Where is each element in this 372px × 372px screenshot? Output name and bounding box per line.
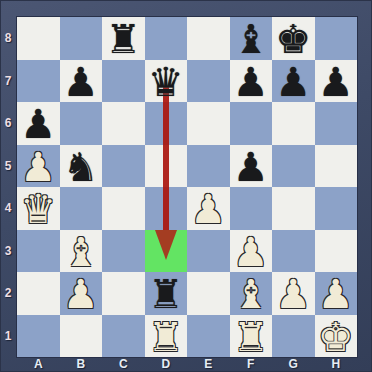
piece-black-pawn-a6[interactable]: ♟ xyxy=(17,102,60,145)
square-g7[interactable]: ♟ xyxy=(272,60,315,103)
square-g8[interactable]: ♚ xyxy=(272,17,315,60)
square-f1[interactable]: ♜ xyxy=(230,315,273,358)
square-c3[interactable] xyxy=(102,230,145,273)
square-b5[interactable]: ♞ xyxy=(60,145,103,188)
piece-white-queen-a4[interactable]: ♛ xyxy=(17,187,60,230)
square-e3[interactable] xyxy=(187,230,230,273)
square-c2[interactable] xyxy=(102,272,145,315)
square-g6[interactable] xyxy=(272,102,315,145)
square-f2[interactable]: ♝ xyxy=(230,272,273,315)
square-h1[interactable]: ♚ xyxy=(315,315,358,358)
square-h3[interactable] xyxy=(315,230,358,273)
file-label-E: E xyxy=(187,357,230,372)
rank-label-7: 7 xyxy=(0,60,16,103)
piece-black-pawn-b7[interactable]: ♟ xyxy=(60,60,103,103)
square-b7[interactable]: ♟ xyxy=(60,60,103,103)
square-e8[interactable] xyxy=(187,17,230,60)
file-label-C: C xyxy=(102,357,145,372)
square-e7[interactable] xyxy=(187,60,230,103)
square-e4[interactable]: ♟ xyxy=(187,187,230,230)
square-a4[interactable]: ♛ xyxy=(17,187,60,230)
square-h7[interactable]: ♟ xyxy=(315,60,358,103)
square-a5[interactable]: ♟ xyxy=(17,145,60,188)
square-a2[interactable] xyxy=(17,272,60,315)
square-a7[interactable] xyxy=(17,60,60,103)
piece-black-queen-d7[interactable]: ♛ xyxy=(145,60,188,103)
square-b8[interactable] xyxy=(60,17,103,60)
square-h2[interactable]: ♟ xyxy=(315,272,358,315)
square-f3[interactable]: ♟ xyxy=(230,230,273,273)
file-label-G: G xyxy=(272,357,315,372)
piece-black-rook-c8[interactable]: ♜ xyxy=(102,17,145,60)
square-g2[interactable]: ♟ xyxy=(272,272,315,315)
piece-black-pawn-h7[interactable]: ♟ xyxy=(315,60,358,103)
square-a6[interactable]: ♟ xyxy=(17,102,60,145)
rank-label-8: 8 xyxy=(0,17,16,60)
move-arrow-head-icon xyxy=(155,230,177,260)
square-b1[interactable] xyxy=(60,315,103,358)
square-d1[interactable]: ♜ xyxy=(145,315,188,358)
square-c6[interactable] xyxy=(102,102,145,145)
square-b3[interactable]: ♝ xyxy=(60,230,103,273)
rank-label-4: 4 xyxy=(0,187,16,230)
square-d8[interactable] xyxy=(145,17,188,60)
square-b4[interactable] xyxy=(60,187,103,230)
piece-black-pawn-g7[interactable]: ♟ xyxy=(272,60,315,103)
square-g3[interactable] xyxy=(272,230,315,273)
piece-black-pawn-f5[interactable]: ♟ xyxy=(230,145,273,188)
square-c7[interactable] xyxy=(102,60,145,103)
piece-white-pawn-g2[interactable]: ♟ xyxy=(272,272,315,315)
square-a3[interactable] xyxy=(17,230,60,273)
square-d2[interactable]: ♜ xyxy=(145,272,188,315)
square-g5[interactable] xyxy=(272,145,315,188)
square-c1[interactable] xyxy=(102,315,145,358)
square-h5[interactable] xyxy=(315,145,358,188)
rank-label-5: 5 xyxy=(0,145,16,188)
piece-black-bishop-f8[interactable]: ♝ xyxy=(230,17,273,60)
rank-label-3: 3 xyxy=(0,230,16,273)
square-f6[interactable] xyxy=(230,102,273,145)
rank-label-6: 6 xyxy=(0,102,16,145)
square-c5[interactable] xyxy=(102,145,145,188)
square-g1[interactable] xyxy=(272,315,315,358)
square-a1[interactable] xyxy=(17,315,60,358)
square-f8[interactable]: ♝ xyxy=(230,17,273,60)
piece-black-king-g8[interactable]: ♚ xyxy=(272,17,315,60)
piece-white-bishop-b3[interactable]: ♝ xyxy=(60,230,103,273)
move-arrow-shaft xyxy=(163,85,169,236)
square-g4[interactable] xyxy=(272,187,315,230)
square-e1[interactable] xyxy=(187,315,230,358)
piece-white-king-h1[interactable]: ♚ xyxy=(315,315,358,358)
square-c4[interactable] xyxy=(102,187,145,230)
piece-white-rook-d1[interactable]: ♜ xyxy=(145,315,188,358)
square-f4[interactable] xyxy=(230,187,273,230)
piece-white-pawn-b2[interactable]: ♟ xyxy=(60,272,103,315)
square-b6[interactable] xyxy=(60,102,103,145)
piece-white-pawn-e4[interactable]: ♟ xyxy=(187,187,230,230)
piece-white-pawn-f3[interactable]: ♟ xyxy=(230,230,273,273)
file-label-B: B xyxy=(60,357,103,372)
piece-black-rook-d2[interactable]: ♜ xyxy=(145,272,188,315)
square-h8[interactable] xyxy=(315,17,358,60)
square-h6[interactable] xyxy=(315,102,358,145)
file-label-A: A xyxy=(17,357,60,372)
piece-white-pawn-h2[interactable]: ♟ xyxy=(315,272,358,315)
square-b2[interactable]: ♟ xyxy=(60,272,103,315)
piece-white-bishop-f2[interactable]: ♝ xyxy=(230,272,273,315)
chess-board-frame: ♜♝♚♟♛♟♟♟♟♟♞♟♛♟♝♟♟♜♝♟♟♜♜♚ 87654321ABCDEFG… xyxy=(0,0,372,372)
piece-black-knight-b5[interactable]: ♞ xyxy=(60,145,103,188)
square-a8[interactable] xyxy=(17,17,60,60)
piece-white-rook-f1[interactable]: ♜ xyxy=(230,315,273,358)
square-f7[interactable]: ♟ xyxy=(230,60,273,103)
square-e2[interactable] xyxy=(187,272,230,315)
rank-label-2: 2 xyxy=(0,272,16,315)
square-e5[interactable] xyxy=(187,145,230,188)
square-e6[interactable] xyxy=(187,102,230,145)
square-h4[interactable] xyxy=(315,187,358,230)
chess-board: ♜♝♚♟♛♟♟♟♟♟♞♟♛♟♝♟♟♜♝♟♟♜♜♚ xyxy=(17,17,357,357)
square-d7[interactable]: ♛ xyxy=(145,60,188,103)
rank-label-1: 1 xyxy=(0,315,16,358)
piece-white-pawn-a5[interactable]: ♟ xyxy=(17,145,60,188)
square-c8[interactable]: ♜ xyxy=(102,17,145,60)
square-f5[interactable]: ♟ xyxy=(230,145,273,188)
piece-black-pawn-f7[interactable]: ♟ xyxy=(230,60,273,103)
